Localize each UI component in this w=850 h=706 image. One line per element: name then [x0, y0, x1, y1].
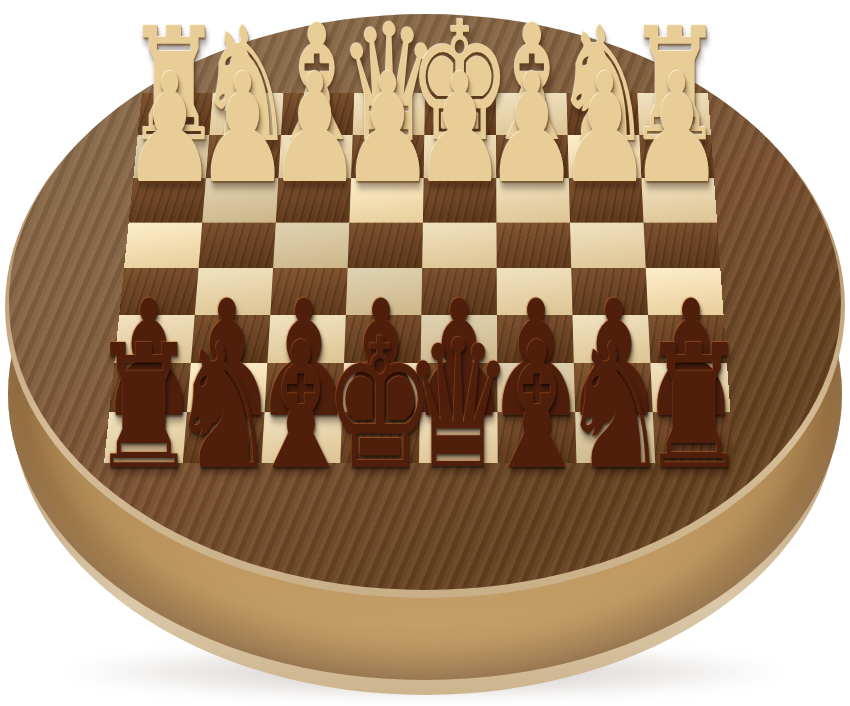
pieces-layer: ♜♞♝♛♚♝♞♜♟♟♟♟♟♟♟♟♟♟♟♟♟♟♟♟♜♞♝♚♛♝♞♜ [0, 0, 850, 706]
piece-wP-a2[interactable]: ♟ [630, 54, 725, 205]
piece-bR-a8[interactable]: ♜ [640, 322, 747, 493]
round-chess-set-photo: ♜♞♝♛♚♝♞♜♟♟♟♟♟♟♟♟♟♟♟♟♟♟♟♟♜♞♝♚♛♝♞♜ [0, 0, 850, 706]
